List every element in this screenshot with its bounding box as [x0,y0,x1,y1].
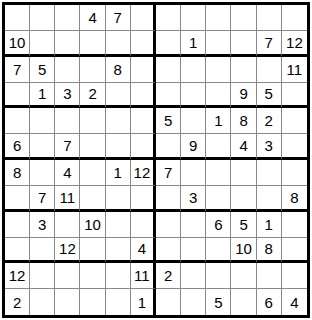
cell-r7c10[interactable] [231,160,256,186]
cell-r11c12[interactable] [282,263,307,289]
cell-r7c6[interactable]: 12 [131,160,156,186]
cell-r10c3[interactable]: 12 [55,238,80,264]
cell-r12c3[interactable] [55,289,80,315]
cell-r8c5[interactable] [106,186,131,212]
cell-r3c1[interactable]: 7 [5,57,30,83]
cell-r7c12[interactable] [282,160,307,186]
cell-r1c3[interactable] [55,5,80,31]
cell-r8c6[interactable] [131,186,156,212]
cell-r2c2[interactable] [30,31,55,57]
cell-r4c6[interactable] [131,83,156,109]
cell-r9c7[interactable] [156,212,181,238]
cell-r7c1[interactable]: 8 [5,160,30,186]
cell-r7c8[interactable] [181,160,206,186]
cell-r2c6[interactable] [131,31,156,57]
cell-r5c2[interactable] [30,108,55,134]
cell-r8c2[interactable]: 7 [30,186,55,212]
cell-r3c10[interactable] [231,57,256,83]
cell-r7c4[interactable] [80,160,105,186]
cell-r7c9[interactable] [206,160,231,186]
cell-r5c10[interactable]: 8 [231,108,256,134]
cell-r9c8[interactable] [181,212,206,238]
cell-r7c11[interactable] [257,160,282,186]
cell-r8c10[interactable] [231,186,256,212]
cell-r2c1[interactable]: 10 [5,31,30,57]
cell-r12c5[interactable] [106,289,131,315]
cell-r2c4[interactable] [80,31,105,57]
cell-r6c7[interactable] [156,134,181,160]
cell-r10c2[interactable] [30,238,55,264]
cell-r6c12[interactable] [282,134,307,160]
cell-r9c10[interactable]: 5 [231,212,256,238]
cell-r4c7[interactable] [156,83,181,109]
sudoku-board: 4710171275811132955182679438411277113831… [2,2,310,318]
cell-r9c9[interactable]: 6 [206,212,231,238]
cell-r10c10[interactable]: 10 [231,238,256,264]
cell-r9c2[interactable]: 3 [30,212,55,238]
cell-r3c7[interactable] [156,57,181,83]
cell-r1c1[interactable] [5,5,30,31]
cell-r7c2[interactable] [30,160,55,186]
cell-r6c10[interactable]: 4 [231,134,256,160]
cell-r11c7[interactable]: 2 [156,263,181,289]
cell-r1c9[interactable] [206,5,231,31]
cell-r6c3[interactable]: 7 [55,134,80,160]
cell-r10c4[interactable] [80,238,105,264]
cell-r5c5[interactable] [106,108,131,134]
cell-r9c6[interactable] [131,212,156,238]
cell-r12c7[interactable] [156,289,181,315]
cell-r10c6[interactable]: 4 [131,238,156,264]
cell-r7c7[interactable]: 7 [156,160,181,186]
cell-r8c7[interactable] [156,186,181,212]
cell-r5c8[interactable] [181,108,206,134]
cell-r2c7[interactable] [156,31,181,57]
cell-r11c9[interactable] [206,263,231,289]
cell-r3c12[interactable]: 11 [282,57,307,83]
cell-r3c4[interactable] [80,57,105,83]
cell-r5c3[interactable] [55,108,80,134]
cell-r5c11[interactable]: 2 [257,108,282,134]
cell-r2c9[interactable] [206,31,231,57]
cell-r12c6[interactable]: 1 [131,289,156,315]
cell-r1c4[interactable]: 4 [80,5,105,31]
cell-r6c8[interactable]: 9 [181,134,206,160]
cell-r4c2[interactable]: 1 [30,83,55,109]
cell-r8c9[interactable] [206,186,231,212]
cell-r4c8[interactable] [181,83,206,109]
cell-r12c9[interactable]: 5 [206,289,231,315]
cell-r11c5[interactable] [106,263,131,289]
cell-r1c10[interactable] [231,5,256,31]
cell-r11c2[interactable] [30,263,55,289]
cell-r9c1[interactable] [5,212,30,238]
cell-r4c9[interactable] [206,83,231,109]
cell-r5c7[interactable]: 5 [156,108,181,134]
cell-r10c1[interactable] [5,238,30,264]
cell-r10c5[interactable] [106,238,131,264]
cell-r1c6[interactable] [131,5,156,31]
cell-r8c1[interactable] [5,186,30,212]
cell-r3c5[interactable]: 8 [106,57,131,83]
cell-r5c6[interactable] [131,108,156,134]
cell-r3c11[interactable] [257,57,282,83]
cell-r3c2[interactable]: 5 [30,57,55,83]
cell-r4c10[interactable]: 9 [231,83,256,109]
cell-r7c3[interactable]: 4 [55,160,80,186]
cell-r7c5[interactable]: 1 [106,160,131,186]
cell-r12c1[interactable]: 2 [5,289,30,315]
cell-r12c2[interactable] [30,289,55,315]
cell-r8c12[interactable]: 8 [282,186,307,212]
cell-r3c8[interactable] [181,57,206,83]
cell-r11c11[interactable] [257,263,282,289]
cell-r10c11[interactable]: 8 [257,238,282,264]
cell-r4c11[interactable]: 5 [257,83,282,109]
cell-r12c4[interactable] [80,289,105,315]
cell-r8c3[interactable]: 11 [55,186,80,212]
cell-r6c11[interactable]: 3 [257,134,282,160]
cell-r9c5[interactable] [106,212,131,238]
cell-r2c12[interactable]: 12 [282,31,307,57]
cell-r1c2[interactable] [30,5,55,31]
cell-r9c4[interactable]: 10 [80,212,105,238]
cell-r1c12[interactable] [282,5,307,31]
cell-r6c6[interactable] [131,134,156,160]
cell-r9c3[interactable] [55,212,80,238]
cell-r11c3[interactable] [55,263,80,289]
cell-r3c9[interactable] [206,57,231,83]
cell-r8c11[interactable] [257,186,282,212]
cell-r12c12[interactable]: 4 [282,289,307,315]
cell-r3c3[interactable] [55,57,80,83]
cell-r11c1[interactable]: 12 [5,263,30,289]
cell-r1c7[interactable] [156,5,181,31]
cell-r2c5[interactable] [106,31,131,57]
cell-r4c4[interactable]: 2 [80,83,105,109]
cell-r10c8[interactable] [181,238,206,264]
cell-r5c12[interactable] [282,108,307,134]
cell-r2c10[interactable] [231,31,256,57]
cell-r5c4[interactable] [80,108,105,134]
cell-r9c11[interactable]: 1 [257,212,282,238]
cell-r8c8[interactable]: 3 [181,186,206,212]
cell-r12c8[interactable] [181,289,206,315]
cell-r5c9[interactable]: 1 [206,108,231,134]
cell-r10c9[interactable] [206,238,231,264]
cell-r11c6[interactable]: 11 [131,263,156,289]
cell-r9c12[interactable] [282,212,307,238]
cell-r11c8[interactable] [181,263,206,289]
cell-r6c4[interactable] [80,134,105,160]
cell-r1c11[interactable] [257,5,282,31]
cell-r6c1[interactable]: 6 [5,134,30,160]
cell-r8c4[interactable] [80,186,105,212]
cell-r6c5[interactable] [106,134,131,160]
sudoku-page: 4710171275811132955182679438411277113831… [0,0,312,320]
cell-r1c5[interactable]: 7 [106,5,131,31]
cell-r5c1[interactable] [5,108,30,134]
cell-r2c8[interactable]: 1 [181,31,206,57]
cell-r11c4[interactable] [80,263,105,289]
cell-r1c8[interactable] [181,5,206,31]
cell-r6c2[interactable] [30,134,55,160]
cell-r10c7[interactable] [156,238,181,264]
cell-r11c10[interactable] [231,263,256,289]
cell-r6c9[interactable] [206,134,231,160]
cell-r10c12[interactable] [282,238,307,264]
cell-r12c10[interactable] [231,289,256,315]
cell-r4c3[interactable]: 3 [55,83,80,109]
cell-r3c6[interactable] [131,57,156,83]
cell-r2c11[interactable]: 7 [257,31,282,57]
cell-r4c5[interactable] [106,83,131,109]
cell-r4c1[interactable] [5,83,30,109]
cell-r2c3[interactable] [55,31,80,57]
cell-r4c12[interactable] [282,83,307,109]
cell-r12c11[interactable]: 6 [257,289,282,315]
